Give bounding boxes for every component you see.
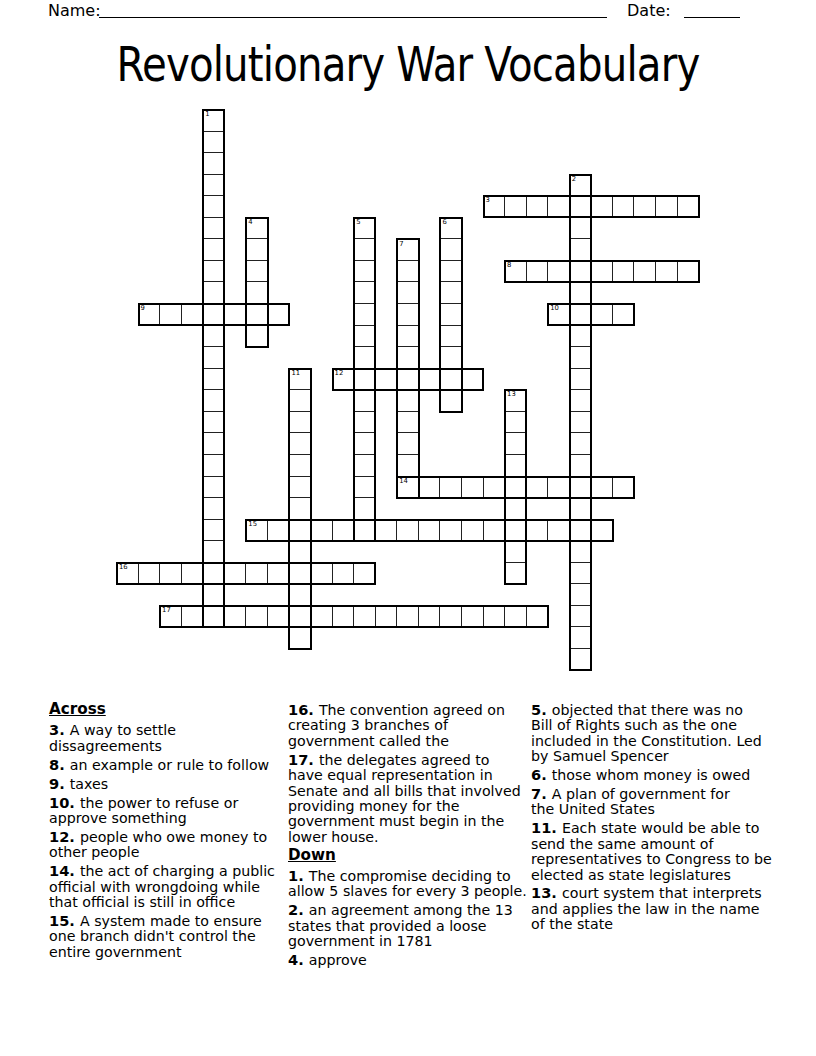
grid-cell[interactable] — [202, 303, 225, 326]
grid-cell[interactable] — [245, 281, 268, 304]
grid-cell[interactable] — [612, 260, 635, 283]
grid-cell[interactable] — [353, 476, 376, 499]
grid-cell[interactable] — [353, 389, 376, 412]
grid-cell[interactable] — [418, 519, 441, 542]
grid-cell[interactable] — [202, 497, 225, 520]
clue-text: The compromise deciding to allow 5 slave… — [288, 868, 527, 899]
grid-cell[interactable] — [655, 260, 678, 283]
grid-cell[interactable] — [202, 411, 225, 434]
grid-cell[interactable] — [202, 346, 225, 369]
grid-cell[interactable] — [288, 389, 311, 412]
clue-item-across-17: 17. the delegates agreed to have equal r… — [288, 752, 534, 845]
clue-number: 14. — [49, 862, 80, 879]
grid-cell[interactable] — [202, 562, 225, 585]
grid-cell[interactable] — [590, 476, 613, 499]
clue-text: court system that interprets and applies… — [531, 885, 762, 932]
grid-cell[interactable] — [288, 411, 311, 434]
grid-cell[interactable] — [288, 605, 311, 628]
grid-cell[interactable] — [353, 562, 376, 585]
puzzle-title: Revolutionary War Vocabulary — [65, 36, 750, 92]
grid-cell[interactable] — [245, 562, 268, 585]
grid-cell[interactable] — [569, 583, 592, 606]
grid-cell[interactable] — [353, 260, 376, 283]
grid-cell[interactable] — [461, 368, 484, 391]
grid-cell[interactable] — [504, 519, 527, 542]
grid-cell[interactable] — [504, 562, 527, 585]
grid-cell[interactable] — [353, 217, 376, 240]
clue-item-down-11: 11. Each state would be able to send the… — [531, 820, 783, 883]
clue-item-across-12: 12. people who owe money to other people — [49, 829, 289, 861]
grid-cell[interactable] — [569, 562, 592, 585]
grid-cell[interactable] — [202, 605, 225, 628]
grid-cell[interactable] — [569, 174, 592, 197]
grid-cell[interactable] — [569, 519, 592, 542]
clue-item-down-7: 7. A plan of government for the United S… — [531, 786, 783, 818]
grid-cell[interactable] — [396, 454, 419, 477]
grid-cell[interactable] — [569, 346, 592, 369]
grid-cell[interactable] — [504, 432, 527, 455]
clue-item-across-3: 3. A way to settle dissagreements — [49, 722, 289, 754]
grid-cell[interactable] — [288, 454, 311, 477]
grid-cell[interactable] — [612, 195, 635, 218]
grid-cell[interactable] — [245, 605, 268, 628]
grid-cell[interactable] — [375, 519, 398, 542]
grid-cell[interactable] — [202, 583, 225, 606]
grid-cell[interactable] — [202, 519, 225, 542]
grid-cell[interactable] — [655, 195, 678, 218]
grid-cell[interactable] — [202, 389, 225, 412]
clue-item-across-15: 15. A system made to ensure one branch d… — [49, 913, 289, 960]
grid-cell[interactable] — [461, 605, 484, 628]
clue-number: 3. — [49, 721, 70, 738]
grid-cell[interactable] — [396, 281, 419, 304]
grid-cell[interactable] — [439, 238, 462, 261]
grid-cell[interactable] — [483, 605, 506, 628]
grid-cell[interactable] — [569, 238, 592, 261]
grid-cell[interactable] — [504, 411, 527, 434]
grid-cell[interactable] — [159, 605, 182, 628]
clues-column-1: Across3. A way to settle dissagreements8… — [49, 702, 289, 963]
clue-text: an agreement among the 13 states that pr… — [288, 902, 513, 949]
grid-cell[interactable] — [504, 605, 527, 628]
grid-cell[interactable] — [202, 476, 225, 499]
grid-cell[interactable] — [396, 605, 419, 628]
grid-cell[interactable] — [569, 626, 592, 649]
grid-cell[interactable] — [569, 605, 592, 628]
crossword-grid: 3891012141516171245671113 — [116, 109, 702, 673]
grid-cell[interactable] — [138, 562, 161, 585]
grid-cell[interactable] — [504, 260, 527, 283]
clue-number: 7. — [531, 785, 552, 802]
grid-cell[interactable] — [353, 325, 376, 348]
grid-cell[interactable] — [181, 303, 204, 326]
grid-cell[interactable] — [547, 195, 570, 218]
grid-cell[interactable] — [569, 260, 592, 283]
grid-cell[interactable] — [396, 303, 419, 326]
grid-cell[interactable] — [504, 476, 527, 499]
clues-down-header: Down — [288, 848, 534, 863]
grid-cell[interactable] — [504, 540, 527, 563]
grid-cell[interactable] — [418, 476, 441, 499]
grid-cell[interactable] — [504, 454, 527, 477]
clue-text: A plan of government for the United Stat… — [531, 786, 730, 817]
grid-cell[interactable] — [245, 303, 268, 326]
grid-cell[interactable] — [224, 562, 247, 585]
grid-cell[interactable] — [396, 260, 419, 283]
grid-cell[interactable] — [288, 432, 311, 455]
clues-column-3: 5. objected that there was no Bill of Ri… — [531, 702, 783, 935]
grid-cell[interactable] — [375, 368, 398, 391]
clue-text: the delegates agreed to have equal repre… — [288, 752, 521, 845]
grid-cell[interactable] — [526, 605, 549, 628]
grid-cell[interactable] — [202, 260, 225, 283]
grid-cell[interactable] — [439, 476, 462, 499]
grid-cell[interactable] — [332, 519, 355, 542]
clue-text: objected that there was no Bill of Right… — [531, 702, 762, 764]
grid-cell[interactable] — [353, 346, 376, 369]
grid-cell[interactable] — [245, 238, 268, 261]
grid-cell[interactable] — [439, 217, 462, 240]
grid-cell[interactable] — [547, 476, 570, 499]
grid-cell[interactable] — [547, 260, 570, 283]
clue-number: 11. — [531, 819, 562, 836]
grid-cell[interactable] — [288, 583, 311, 606]
grid-cell[interactable] — [202, 454, 225, 477]
date-blank-line[interactable] — [684, 0, 740, 18]
grid-cell[interactable] — [569, 432, 592, 455]
grid-cell[interactable] — [569, 281, 592, 304]
grid-cell[interactable] — [159, 303, 182, 326]
grid-cell[interactable] — [138, 303, 161, 326]
grid-cell[interactable] — [569, 368, 592, 391]
grid-cell[interactable] — [310, 519, 333, 542]
grid-cell[interactable] — [547, 303, 570, 326]
clue-text: taxes — [70, 776, 108, 792]
grid-cell[interactable] — [267, 562, 290, 585]
clues-column-2: 16. The convention agreed on creating 3 … — [288, 702, 534, 971]
grid-cell[interactable] — [677, 195, 700, 218]
date-label: Date: — [627, 1, 671, 20]
grid-cell[interactable] — [353, 368, 376, 391]
grid-cell[interactable] — [504, 389, 527, 412]
grid-cell[interactable] — [439, 325, 462, 348]
clue-number: 16. — [288, 701, 319, 718]
grid-cell[interactable] — [677, 260, 700, 283]
clue-item-down-13: 13. court system that interprets and app… — [531, 885, 783, 932]
grid-cell[interactable] — [569, 454, 592, 477]
grid-cell[interactable] — [590, 303, 613, 326]
grid-cell[interactable] — [590, 260, 613, 283]
grid-cell[interactable] — [332, 562, 355, 585]
grid-cell[interactable] — [439, 281, 462, 304]
grid-cell[interactable] — [245, 325, 268, 348]
grid-cell[interactable] — [375, 605, 398, 628]
grid-cell[interactable] — [439, 605, 462, 628]
clue-number: 10. — [49, 794, 80, 811]
clue-text: those whom money is owed — [552, 767, 750, 783]
grid-cell[interactable] — [504, 497, 527, 520]
grid-cell[interactable] — [633, 195, 656, 218]
clue-number: 2. — [288, 901, 309, 918]
clue-number: 13. — [531, 884, 562, 901]
clue-number: 17. — [288, 751, 319, 768]
grid-cell[interactable] — [202, 217, 225, 240]
grid-cell[interactable] — [310, 562, 333, 585]
grid-cell[interactable] — [439, 368, 462, 391]
clue-number: 6. — [531, 766, 552, 783]
grid-cell[interactable] — [569, 411, 592, 434]
grid-cell[interactable] — [569, 217, 592, 240]
grid-cell[interactable] — [396, 389, 419, 412]
grid-cell[interactable] — [353, 454, 376, 477]
clue-number: 12. — [49, 828, 80, 845]
clue-text: A system made to ensure one branch didn'… — [49, 913, 262, 960]
grid-cell[interactable] — [202, 432, 225, 455]
grid-cell[interactable] — [569, 195, 592, 218]
grid-cell[interactable] — [267, 303, 290, 326]
grid-cell[interactable] — [483, 195, 506, 218]
clue-item-down-2: 2. an agreement among the 13 states that… — [288, 902, 534, 949]
clue-text: The convention agreed on creating 3 bran… — [288, 702, 505, 749]
grid-cell[interactable] — [202, 325, 225, 348]
grid-cell[interactable] — [245, 260, 268, 283]
grid-cell[interactable] — [418, 605, 441, 628]
grid-cell[interactable] — [245, 217, 268, 240]
grid-cell[interactable] — [396, 411, 419, 434]
grid-cell[interactable] — [461, 519, 484, 542]
grid-cell[interactable] — [569, 540, 592, 563]
grid-cell[interactable] — [245, 519, 268, 542]
grid-cell[interactable] — [569, 497, 592, 520]
grid-cell[interactable] — [288, 540, 311, 563]
grid-cell[interactable] — [267, 605, 290, 628]
grid-cell[interactable] — [569, 648, 592, 671]
name-blank-line[interactable] — [99, 0, 607, 18]
grid-cell[interactable] — [526, 476, 549, 499]
grid-cell[interactable] — [547, 519, 570, 542]
grid-cell[interactable] — [181, 562, 204, 585]
grid-cell[interactable] — [202, 174, 225, 197]
grid-cell[interactable] — [396, 432, 419, 455]
grid-cell[interactable] — [461, 476, 484, 499]
clue-text: approve — [309, 952, 367, 968]
grid-cell[interactable] — [439, 346, 462, 369]
grid-cell[interactable] — [483, 519, 506, 542]
grid-cell[interactable] — [332, 605, 355, 628]
clue-number: 1. — [288, 867, 309, 884]
grid-cell[interactable] — [353, 605, 376, 628]
clue-text: Each state would be able to send the sam… — [531, 820, 772, 882]
clue-item-across-14: 14. the act of charging a public officia… — [49, 863, 289, 910]
grid-cell[interactable] — [224, 303, 247, 326]
grid-cell[interactable] — [569, 476, 592, 499]
clue-number: 4. — [288, 951, 309, 968]
grid-cell[interactable] — [202, 109, 225, 132]
grid-cell[interactable] — [612, 476, 635, 499]
grid-cell[interactable] — [310, 605, 333, 628]
grid-cell[interactable] — [288, 562, 311, 585]
grid-cell[interactable] — [202, 195, 225, 218]
grid-cell[interactable] — [396, 519, 419, 542]
grid-cell[interactable] — [159, 562, 182, 585]
grid-cell[interactable] — [202, 368, 225, 391]
grid-cell[interactable] — [396, 238, 419, 261]
clue-number: 8. — [49, 756, 70, 773]
grid-cell[interactable] — [202, 152, 225, 175]
grid-cell[interactable] — [590, 519, 613, 542]
grid-cell[interactable] — [633, 260, 656, 283]
grid-cell[interactable] — [288, 626, 311, 649]
worksheet-page: Name: Date: Revolutionary War Vocabulary… — [0, 0, 816, 1056]
clue-text: people who owe money to other people — [49, 829, 267, 860]
grid-cell[interactable] — [526, 260, 549, 283]
grid-cell[interactable] — [439, 389, 462, 412]
grid-cell[interactable] — [353, 238, 376, 261]
grid-cell[interactable] — [526, 195, 549, 218]
grid-cell[interactable] — [202, 540, 225, 563]
grid-cell[interactable] — [439, 303, 462, 326]
clue-item-down-4: 4. approve — [288, 952, 534, 968]
grid-cell[interactable] — [202, 238, 225, 261]
grid-cell[interactable] — [504, 195, 527, 218]
clue-item-across-16: 16. The convention agreed on creating 3 … — [288, 702, 534, 749]
grid-cell[interactable] — [224, 605, 247, 628]
grid-cell[interactable] — [202, 281, 225, 304]
grid-cell[interactable] — [396, 476, 419, 499]
grid-cell[interactable] — [569, 303, 592, 326]
clue-number: 5. — [531, 701, 552, 718]
clue-item-across-8: 8. an example or rule to follow — [49, 757, 289, 773]
grid-cell[interactable] — [353, 497, 376, 520]
grid-cell[interactable] — [569, 389, 592, 412]
grid-cell[interactable] — [569, 325, 592, 348]
grid-cell[interactable] — [612, 303, 635, 326]
grid-cell[interactable] — [353, 519, 376, 542]
grid-cell[interactable] — [418, 368, 441, 391]
grid-cell[interactable] — [353, 281, 376, 304]
grid-cell[interactable] — [396, 368, 419, 391]
grid-cell[interactable] — [288, 497, 311, 520]
grid-cell[interactable] — [353, 303, 376, 326]
clue-text: an example or rule to follow — [70, 757, 269, 773]
clue-item-down-5: 5. objected that there was no Bill of Ri… — [531, 702, 783, 765]
grid-cell[interactable] — [116, 562, 139, 585]
clue-text: the act of charging a public official wi… — [49, 863, 275, 910]
clue-item-across-10: 10. the power to refuse or approve somet… — [49, 795, 289, 827]
grid-cell[interactable] — [181, 605, 204, 628]
grid-cell[interactable] — [267, 519, 290, 542]
grid-cell[interactable] — [439, 519, 462, 542]
name-label: Name: — [48, 1, 101, 20]
grid-cell[interactable] — [590, 195, 613, 218]
clues-across-header: Across — [49, 702, 289, 717]
clue-number: 15. — [49, 912, 80, 929]
grid-cell[interactable] — [526, 519, 549, 542]
grid-cell[interactable] — [202, 131, 225, 154]
grid-cell[interactable] — [353, 411, 376, 434]
clue-item-down-6: 6. those whom money is owed — [531, 767, 783, 783]
clue-item-across-9: 9. taxes — [49, 776, 289, 792]
grid-cell[interactable] — [439, 260, 462, 283]
grid-cell[interactable] — [288, 519, 311, 542]
grid-cell[interactable] — [396, 346, 419, 369]
grid-cell[interactable] — [396, 325, 419, 348]
clue-item-down-1: 1. The compromise deciding to allow 5 sl… — [288, 868, 534, 900]
grid-cell[interactable] — [332, 368, 355, 391]
grid-cell[interactable] — [288, 368, 311, 391]
grid-cell[interactable] — [353, 432, 376, 455]
grid-cell[interactable] — [483, 476, 506, 499]
grid-cell[interactable] — [288, 476, 311, 499]
clue-number: 9. — [49, 775, 70, 792]
